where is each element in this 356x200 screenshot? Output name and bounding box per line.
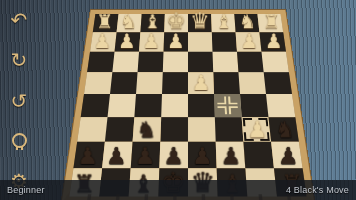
square-b7[interactable] [243, 142, 274, 168]
redo-icon: ↺ [11, 91, 28, 111]
piece-wP-b2[interactable]: ♟ [240, 31, 258, 52]
square-h4[interactable] [84, 72, 112, 94]
square-c3[interactable] [212, 52, 238, 73]
square-e6[interactable] [160, 117, 188, 142]
square-c2[interactable] [212, 32, 237, 51]
square-c4[interactable] [213, 72, 240, 94]
piece-wK-e1[interactable]: ♚ [166, 10, 186, 32]
square-d4[interactable]: ♟ [188, 72, 214, 94]
square-e5[interactable] [161, 94, 188, 117]
square-b3[interactable] [237, 52, 264, 73]
board-grid[interactable]: ♜♞♝♚♛♝♞♜♟♟♟♟♟♟♟♞♟♞♟♟♟♟♟♟♟♜♝♚♛♝♜ [69, 14, 306, 196]
square-h2[interactable]: ♟ [90, 32, 117, 51]
piece-bP-e7[interactable]: ♟ [163, 144, 184, 168]
square-c5[interactable] [214, 94, 242, 117]
new-game-button[interactable]: ↻ [5, 46, 33, 74]
square-a3[interactable] [261, 52, 288, 73]
square-b5[interactable] [240, 94, 268, 117]
square-e2[interactable]: ♟ [164, 32, 188, 51]
square-e7[interactable]: ♟ [159, 142, 188, 168]
piece-bP-g7[interactable]: ♟ [106, 144, 127, 168]
square-d5[interactable] [188, 94, 215, 117]
square-d1[interactable]: ♛ [188, 14, 212, 32]
board-frame: ♜♞♝♚♛♝♞♜♟♟♟♟♟♟♟♞♟♞♟♟♟♟♟♟♟♜♝♚♛♝♜ [62, 10, 315, 200]
hint-button[interactable] [5, 127, 33, 155]
square-f7[interactable]: ♟ [131, 142, 161, 168]
piece-bN-f6[interactable]: ♞ [136, 118, 156, 141]
square-h5[interactable] [81, 94, 110, 117]
square-a5[interactable] [266, 94, 295, 117]
undo-icon: ↶ [11, 10, 28, 30]
square-g2[interactable]: ♟ [115, 32, 141, 51]
piece-bP-c7[interactable]: ♟ [221, 144, 242, 168]
piece-bN-a6[interactable]: ♞ [275, 118, 295, 141]
square-e3[interactable] [163, 52, 188, 73]
piece-wP-h2[interactable]: ♟ [93, 31, 111, 52]
new-game-icon: ↻ [11, 50, 28, 70]
square-c1[interactable]: ♝ [211, 14, 235, 32]
sidebar: ↶ ↻ ↺ ⚙ [0, 0, 38, 200]
square-h7[interactable]: ♟ [73, 142, 104, 168]
square-a4[interactable] [264, 72, 292, 94]
square-c6[interactable] [215, 117, 244, 142]
undo-button[interactable]: ↶ [5, 6, 33, 34]
piece-bP-a7[interactable]: ♟ [278, 144, 299, 168]
chess-app: ♜♞♝♚♛♝♞♜♟♟♟♟♟♟♟♞♟♞♟♟♟♟♟♟♟♜♝♚♛♝♜ ↶ ↻ ↺ ⚙ … [0, 0, 356, 200]
board-scene: ♜♞♝♚♛♝♞♜♟♟♟♟♟♟♟♞♟♞♟♟♟♟♟♟♟♜♝♚♛♝♜ [0, 0, 356, 200]
piece-wP-b6[interactable]: ♟ [247, 118, 267, 141]
square-h6[interactable] [77, 117, 107, 142]
square-f5[interactable] [134, 94, 162, 117]
square-g7[interactable]: ♟ [102, 142, 133, 168]
square-c7[interactable]: ♟ [216, 142, 246, 168]
board-tilt-wrapper: ♜♞♝♚♛♝♞♜♟♟♟♟♟♟♟♞♟♞♟♟♟♟♟♟♟♜♝♚♛♝♜ [62, 10, 315, 200]
square-h3[interactable] [87, 52, 114, 73]
square-b6[interactable]: ♟ [242, 117, 271, 142]
piece-wP-e2[interactable]: ♟ [167, 31, 185, 52]
square-b2[interactable]: ♟ [236, 32, 262, 51]
piece-wP-g2[interactable]: ♟ [118, 31, 136, 52]
square-a6[interactable]: ♞ [268, 117, 298, 142]
status-bar: Beginner 4 Black's Move [0, 180, 356, 200]
last-move-origin-marker [217, 97, 226, 105]
move-indicator-label: 4 Black's Move [286, 185, 349, 195]
square-f4[interactable] [136, 72, 163, 94]
difficulty-label: Beginner [7, 185, 45, 195]
redo-button[interactable]: ↺ [5, 87, 33, 115]
square-g6[interactable] [105, 117, 134, 142]
square-g5[interactable] [108, 94, 136, 117]
piece-wB-c1[interactable]: ♝ [215, 12, 232, 32]
hint-lightbulb-icon [12, 133, 27, 148]
square-d6[interactable] [188, 117, 216, 142]
square-d7[interactable]: ♟ [188, 142, 217, 168]
piece-bP-d7[interactable]: ♟ [192, 144, 213, 168]
last-move-origin-marker [229, 106, 239, 114]
piece-bP-f7[interactable]: ♟ [135, 144, 156, 168]
square-f6[interactable]: ♞ [133, 117, 162, 142]
piece-wP-d4[interactable]: ♟ [192, 72, 211, 94]
square-f3[interactable] [138, 52, 164, 73]
square-a2[interactable]: ♟ [259, 32, 286, 51]
piece-wQ-d1[interactable]: ♛ [190, 10, 210, 32]
square-e4[interactable] [162, 72, 188, 94]
square-g4[interactable] [110, 72, 138, 94]
square-b4[interactable] [238, 72, 266, 94]
square-f2[interactable]: ♟ [139, 32, 164, 51]
piece-wP-a2[interactable]: ♟ [265, 31, 283, 52]
last-move-origin-marker [228, 97, 238, 105]
square-d3[interactable] [188, 52, 213, 73]
square-a7[interactable]: ♟ [271, 142, 302, 168]
last-move-origin-marker [217, 106, 227, 114]
square-g3[interactable] [112, 52, 139, 73]
piece-wP-f2[interactable]: ♟ [142, 31, 160, 52]
square-d2[interactable] [188, 32, 212, 51]
piece-bP-h7[interactable]: ♟ [77, 144, 98, 168]
